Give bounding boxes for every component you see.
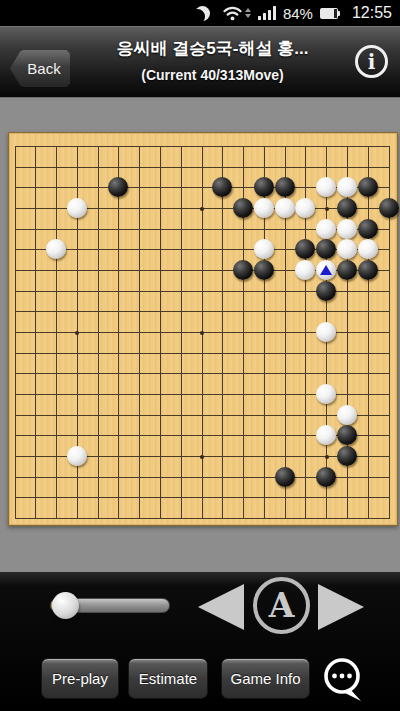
grid-line [15, 518, 390, 519]
black-stone [254, 260, 274, 280]
white-stone [316, 425, 336, 445]
white-stone [254, 198, 274, 218]
estimate-button[interactable]: Estimate [128, 658, 208, 699]
black-stone [295, 239, 315, 259]
auto-play-button[interactable]: A [253, 577, 310, 634]
moon-icon [195, 6, 210, 21]
clock: 12:55 [352, 4, 392, 22]
next-move-button[interactable] [318, 584, 364, 630]
white-stone [295, 198, 315, 218]
grid-line [368, 146, 369, 519]
battery-icon [320, 7, 341, 19]
white-stone [337, 239, 357, 259]
grid-line [15, 353, 390, 354]
wifi-icon [223, 6, 242, 21]
estimate-label: Estimate [139, 670, 197, 687]
game-info-label: Game Info [230, 670, 300, 687]
star-point [325, 207, 329, 211]
white-stone [254, 239, 274, 259]
page-title: 응씨배 결승5국-해설 홍... [75, 37, 350, 60]
black-stone [212, 177, 232, 197]
back-button[interactable]: Back [10, 50, 70, 87]
pre-play-label: Pre-play [52, 670, 108, 687]
black-stone [337, 260, 357, 280]
app-screen: 84% 12:55 Back 응씨배 결승5국-해설 홍... (Current… [0, 0, 400, 711]
black-stone [316, 467, 336, 487]
star-point [75, 331, 79, 335]
white-stone [275, 198, 295, 218]
battery-percent: 84% [283, 5, 313, 22]
white-stone [358, 239, 378, 259]
data-updown-icon [245, 8, 251, 18]
black-stone [337, 425, 357, 445]
playback-controls: A Pre-play Estimate Game Info [0, 572, 400, 711]
status-bar: 84% 12:55 [0, 0, 400, 26]
white-stone [316, 219, 336, 239]
black-stone [358, 219, 378, 239]
grid-line [15, 497, 390, 498]
white-stone [316, 322, 336, 342]
game-info-button[interactable]: Game Info [221, 658, 310, 699]
star-point [200, 207, 204, 211]
white-stone [67, 446, 87, 466]
black-stone [358, 177, 378, 197]
white-stone [316, 384, 336, 404]
black-stone [379, 198, 399, 218]
white-stone [337, 219, 357, 239]
black-stone [275, 177, 295, 197]
move-slider-knob[interactable] [52, 592, 79, 619]
white-stone [67, 198, 87, 218]
white-stone [316, 177, 336, 197]
move-counter: (Current 40/313Move) [75, 67, 350, 83]
white-stone [46, 239, 66, 259]
chat-button[interactable] [320, 656, 374, 704]
grid-line [222, 146, 223, 519]
black-stone [254, 177, 274, 197]
black-stone [316, 281, 336, 301]
back-label: Back [27, 60, 60, 77]
header-bar: Back 응씨배 결승5국-해설 홍... (Current 40/313Mov… [0, 26, 400, 97]
black-stone [337, 198, 357, 218]
grid-line [15, 415, 390, 416]
info-icon: i [368, 50, 376, 74]
signal-icon [258, 6, 276, 20]
black-stone [275, 467, 295, 487]
black-stone [108, 177, 128, 197]
last-move-marker [320, 265, 332, 275]
info-button[interactable]: i [355, 45, 388, 78]
auto-play-label: A [269, 586, 295, 625]
star-point [200, 331, 204, 335]
grid-line [15, 373, 390, 374]
go-board[interactable] [8, 132, 398, 526]
black-stone [233, 260, 253, 280]
white-stone [295, 260, 315, 280]
black-stone [233, 198, 253, 218]
black-stone [358, 260, 378, 280]
previous-move-button[interactable] [198, 584, 244, 630]
board-background [0, 97, 400, 572]
white-stone [337, 177, 357, 197]
black-stone [316, 239, 336, 259]
black-stone [337, 446, 357, 466]
white-stone [337, 405, 357, 425]
pre-play-button[interactable]: Pre-play [41, 658, 119, 699]
star-point [325, 455, 329, 459]
star-point [200, 455, 204, 459]
